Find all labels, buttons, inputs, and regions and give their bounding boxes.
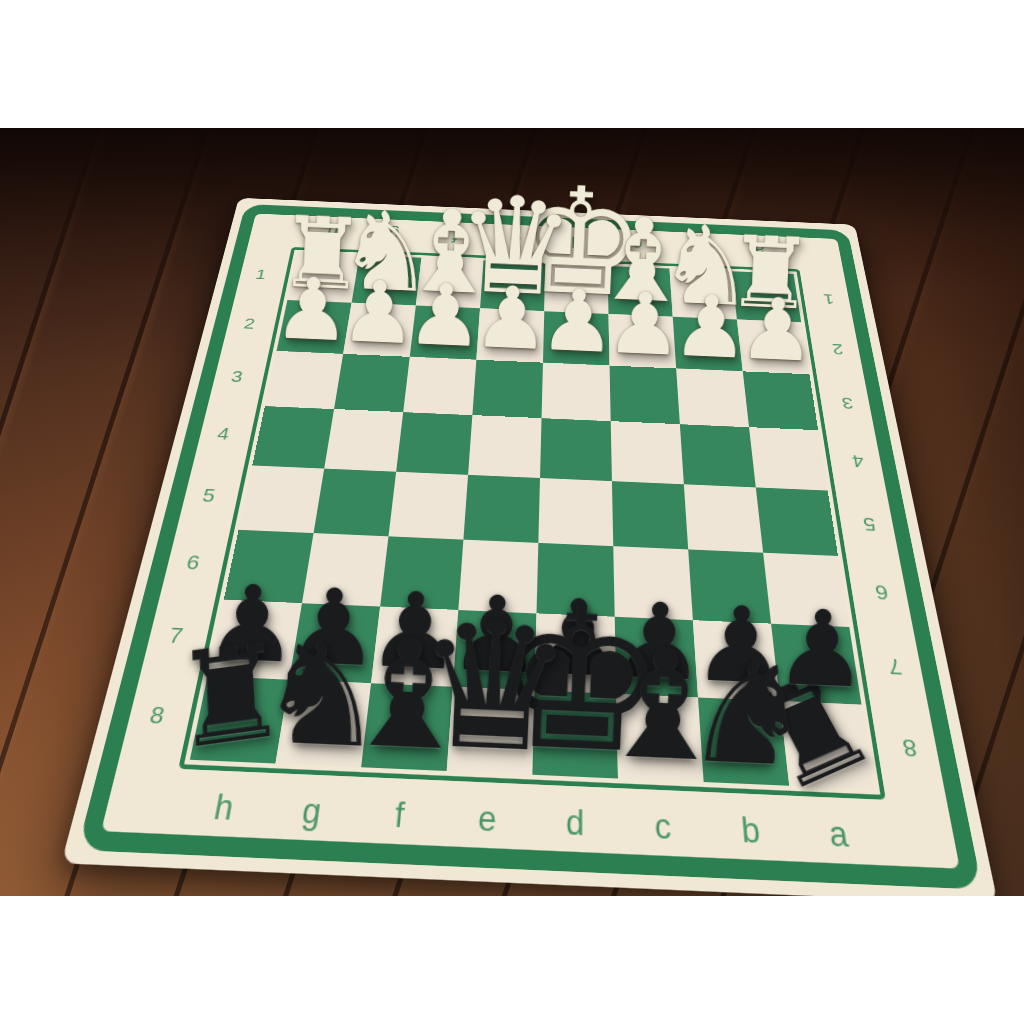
square-e2[interactable]: ♟ [476, 308, 544, 362]
file-label: d [546, 226, 608, 259]
square-c3[interactable] [610, 366, 680, 425]
piece-black-knight-g8[interactable]: ♞ [254, 625, 389, 764]
letterbox-top [0, 0, 1024, 128]
square-f5[interactable] [388, 472, 468, 540]
chess-mat: hgfedcba hgfedcba 12345678 12345678 ♜♞♝♛… [61, 198, 998, 896]
square-c2[interactable]: ♟ [609, 314, 677, 369]
file-label: g [361, 218, 426, 250]
board-grid: ♜♞♝♛♚♝♞♜♟♟♟♟♟♟♟♟♟♟♟♟♟♟♟♟♜♞♝♛♚♝♞♜ [190, 252, 875, 789]
square-c5[interactable] [612, 481, 688, 549]
square-a2[interactable]: ♟ [737, 320, 809, 375]
square-b8[interactable]: ♞ [698, 698, 789, 786]
photo-canvas: hgfedcba hgfedcba 12345678 12345678 ♜♞♝♛… [0, 0, 1024, 1024]
piece-white-pawn-a2[interactable]: ♟ [737, 290, 816, 371]
square-d2[interactable]: ♟ [543, 311, 610, 365]
file-label: e [484, 223, 546, 255]
file-label: a [727, 234, 792, 267]
square-f2[interactable]: ♟ [410, 306, 480, 360]
square-b3[interactable] [676, 368, 749, 427]
piece-black-knight-b8[interactable]: ♞ [681, 643, 816, 782]
square-h3[interactable] [265, 351, 343, 409]
square-b5[interactable] [684, 484, 763, 552]
square-h5[interactable] [239, 465, 325, 533]
square-g8[interactable]: ♞ [275, 680, 371, 768]
square-e5[interactable] [463, 475, 540, 543]
square-b2[interactable]: ♟ [673, 317, 743, 372]
square-g5[interactable] [314, 469, 397, 537]
file-label: c [607, 228, 669, 261]
file-label: b [667, 231, 731, 264]
file-label: h [299, 215, 366, 247]
square-a5[interactable] [756, 487, 838, 556]
letterbox-bottom [0, 896, 1024, 1024]
file-label: f [422, 220, 486, 252]
photo-background-wood-floor: hgfedcba hgfedcba 12345678 12345678 ♜♞♝♛… [0, 128, 1024, 896]
square-f3[interactable] [403, 357, 476, 415]
square-d5[interactable] [538, 478, 613, 546]
